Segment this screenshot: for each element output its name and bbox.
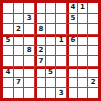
cell-r9c7[interactable] xyxy=(67,88,77,98)
cell-r5c7[interactable] xyxy=(67,46,77,56)
cell-r2c2[interactable] xyxy=(14,14,24,24)
cell-r2c4[interactable] xyxy=(35,14,45,24)
cell-r6c2[interactable] xyxy=(14,56,24,66)
cell-r5c6[interactable] xyxy=(56,46,66,56)
cell-r5c5[interactable] xyxy=(46,46,56,56)
cell-r8c3[interactable] xyxy=(24,78,34,88)
cell-r9c8[interactable] xyxy=(78,88,88,98)
cell-r2c6[interactable] xyxy=(56,14,66,24)
cell-r1c3[interactable] xyxy=(24,3,34,13)
cell-r3c3[interactable] xyxy=(24,24,34,34)
cell-r8c2[interactable]: 7 xyxy=(14,78,24,88)
cell-r7c8[interactable] xyxy=(78,67,88,77)
cell-r9c1[interactable] xyxy=(3,88,13,98)
cell-r3c5[interactable] xyxy=(46,24,56,34)
cell-r8c9[interactable]: 2 xyxy=(88,78,98,88)
cell-r3c6[interactable] xyxy=(56,24,66,34)
cell-r3c7[interactable] xyxy=(67,24,77,34)
cell-r8c4[interactable] xyxy=(35,78,45,88)
cell-r8c6[interactable] xyxy=(56,78,66,88)
sudoku-board: 41352851682745723 xyxy=(0,0,101,101)
cell-r4c9[interactable] xyxy=(88,35,98,45)
cell-r2c8[interactable] xyxy=(78,14,88,24)
cell-r7c9[interactable] xyxy=(88,67,98,77)
cell-r9c4[interactable] xyxy=(35,88,45,98)
cell-r5c3[interactable]: 8 xyxy=(24,46,34,56)
cell-r3c8[interactable] xyxy=(78,24,88,34)
cell-r7c6[interactable] xyxy=(56,67,66,77)
cell-r9c6[interactable]: 3 xyxy=(56,88,66,98)
cell-r4c7[interactable]: 6 xyxy=(67,35,77,45)
cell-r1c9[interactable] xyxy=(88,3,98,13)
cell-r9c3[interactable] xyxy=(24,88,34,98)
cell-r8c1[interactable] xyxy=(3,78,13,88)
cell-r2c5[interactable] xyxy=(46,14,56,24)
cell-r6c7[interactable] xyxy=(67,56,77,66)
cell-r1c6[interactable] xyxy=(56,3,66,13)
cell-r7c7[interactable] xyxy=(67,67,77,77)
cell-r2c9[interactable] xyxy=(88,14,98,24)
cell-r6c6[interactable] xyxy=(56,56,66,66)
cell-r4c4[interactable] xyxy=(35,35,45,45)
cell-r1c8[interactable]: 1 xyxy=(78,3,88,13)
cell-r4c3[interactable] xyxy=(24,35,34,45)
cell-r8c8[interactable] xyxy=(78,78,88,88)
cell-r6c8[interactable] xyxy=(78,56,88,66)
cell-r4c2[interactable] xyxy=(14,35,24,45)
cell-r1c7[interactable]: 4 xyxy=(67,3,77,13)
cell-r1c1[interactable] xyxy=(3,3,13,13)
cell-r4c1[interactable]: 5 xyxy=(3,35,13,45)
cell-r1c5[interactable] xyxy=(46,3,56,13)
cell-r4c5[interactable] xyxy=(46,35,56,45)
cell-r4c8[interactable] xyxy=(78,35,88,45)
cell-r3c2[interactable]: 2 xyxy=(14,24,24,34)
cell-r7c2[interactable] xyxy=(14,67,24,77)
cell-r6c5[interactable] xyxy=(46,56,56,66)
cell-r3c4[interactable]: 8 xyxy=(35,24,45,34)
cell-r6c9[interactable] xyxy=(88,56,98,66)
cell-r2c1[interactable] xyxy=(3,14,13,24)
cell-r7c3[interactable] xyxy=(24,67,34,77)
cell-r1c2[interactable] xyxy=(14,3,24,13)
cell-r3c1[interactable] xyxy=(3,24,13,34)
cell-r6c1[interactable] xyxy=(3,56,13,66)
cell-r5c8[interactable] xyxy=(78,46,88,56)
cell-r2c3[interactable]: 3 xyxy=(24,14,34,24)
cell-r5c4[interactable]: 2 xyxy=(35,46,45,56)
cell-r5c1[interactable] xyxy=(3,46,13,56)
cell-r1c4[interactable] xyxy=(35,3,45,13)
cell-r5c9[interactable] xyxy=(88,46,98,56)
cell-r8c7[interactable] xyxy=(67,78,77,88)
cell-r7c4[interactable] xyxy=(35,67,45,77)
cell-r7c5[interactable]: 5 xyxy=(46,67,56,77)
cell-r8c5[interactable] xyxy=(46,78,56,88)
cell-r3c9[interactable] xyxy=(88,24,98,34)
cell-r2c7[interactable]: 5 xyxy=(67,14,77,24)
cell-r5c2[interactable] xyxy=(14,46,24,56)
cell-r4c6[interactable]: 1 xyxy=(56,35,66,45)
cell-r6c3[interactable] xyxy=(24,56,34,66)
cell-r9c9[interactable] xyxy=(88,88,98,98)
cell-r9c5[interactable] xyxy=(46,88,56,98)
cell-r7c1[interactable]: 4 xyxy=(3,67,13,77)
cell-r6c4[interactable]: 7 xyxy=(35,56,45,66)
cell-r9c2[interactable] xyxy=(14,88,24,98)
